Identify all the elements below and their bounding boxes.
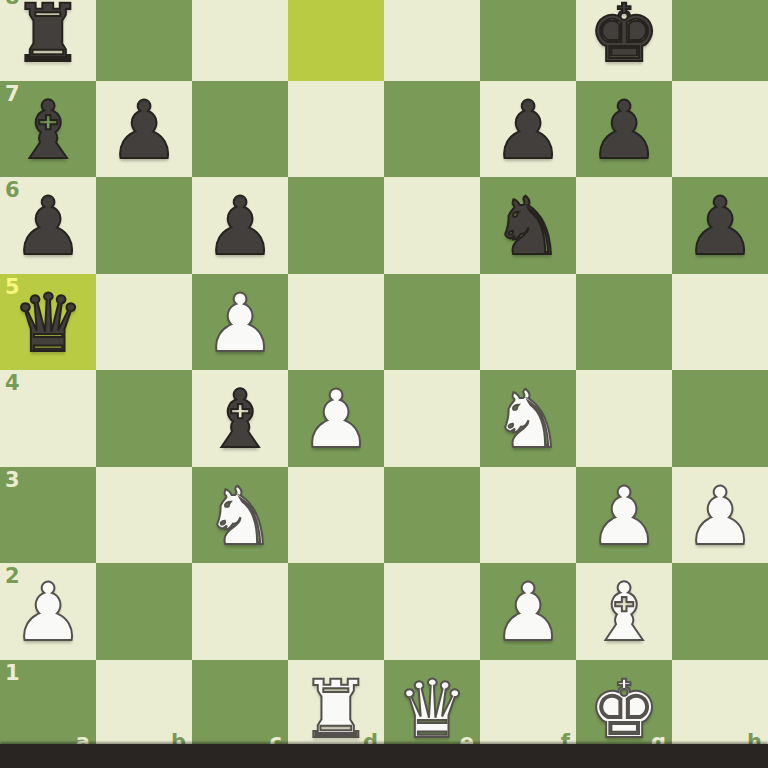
piece-black-pawn-a6[interactable]: ♟ (0, 177, 96, 274)
square-a7[interactable]: 7♝ (0, 81, 96, 178)
piece-white-queen-e1[interactable]: ♛ (384, 660, 480, 757)
piece-black-pawn-h6[interactable]: ♟ (672, 177, 768, 274)
square-b6[interactable] (96, 177, 192, 274)
piece-black-queen-a5[interactable]: ♛ (0, 274, 96, 371)
piece-white-knight-f4[interactable]: ♞ (480, 370, 576, 467)
piece-white-pawn-a2[interactable]: ♟ (0, 563, 96, 660)
square-e3[interactable] (384, 467, 480, 564)
piece-white-king-g1[interactable]: ♚ (576, 660, 672, 757)
square-h5[interactable] (672, 274, 768, 371)
square-d4[interactable]: ♟ (288, 370, 384, 467)
square-f4[interactable]: ♞ (480, 370, 576, 467)
square-a8[interactable]: 8♜ (0, 0, 96, 81)
square-b8[interactable] (96, 0, 192, 81)
square-e4[interactable] (384, 370, 480, 467)
square-f6[interactable]: ♞ (480, 177, 576, 274)
square-a1[interactable]: 1a (0, 660, 96, 757)
square-e5[interactable] (384, 274, 480, 371)
piece-black-rook-a8[interactable]: ♜ (0, 0, 96, 81)
square-h3[interactable]: ♟ (672, 467, 768, 564)
square-c4[interactable]: ♝ (192, 370, 288, 467)
square-g4[interactable] (576, 370, 672, 467)
square-d5[interactable] (288, 274, 384, 371)
square-h2[interactable] (672, 563, 768, 660)
square-b3[interactable] (96, 467, 192, 564)
square-c8[interactable] (192, 0, 288, 81)
piece-black-pawn-f7[interactable]: ♟ (480, 81, 576, 178)
square-f7[interactable]: ♟ (480, 81, 576, 178)
square-e8[interactable] (384, 0, 480, 81)
rank-label-4: 4 (5, 373, 20, 394)
piece-black-bishop-c4[interactable]: ♝ (192, 370, 288, 467)
piece-white-bishop-g2[interactable]: ♝ (576, 563, 672, 660)
square-g2[interactable]: ♝ (576, 563, 672, 660)
board-grid: 8♜♚7♝♟♟♟6♟♟♞♟5♛♟4♝♟♞3♞♟♟2♟♟♝1abcd♜e♛fg♚h (0, 0, 768, 756)
square-c6[interactable]: ♟ (192, 177, 288, 274)
square-d7[interactable] (288, 81, 384, 178)
bottom-bar (0, 744, 768, 756)
rank-label-3: 3 (5, 470, 20, 491)
rank-label-1: 1 (5, 663, 20, 684)
piece-white-pawn-g3[interactable]: ♟ (576, 467, 672, 564)
square-c3[interactable]: ♞ (192, 467, 288, 564)
square-c7[interactable] (192, 81, 288, 178)
square-f8[interactable] (480, 0, 576, 81)
piece-black-pawn-g7[interactable]: ♟ (576, 81, 672, 178)
piece-black-pawn-c6[interactable]: ♟ (192, 177, 288, 274)
square-b1[interactable]: b (96, 660, 192, 757)
square-d6[interactable] (288, 177, 384, 274)
square-d3[interactable] (288, 467, 384, 564)
square-h4[interactable] (672, 370, 768, 467)
piece-white-pawn-d4[interactable]: ♟ (288, 370, 384, 467)
square-a2[interactable]: 2♟ (0, 563, 96, 660)
square-a3[interactable]: 3 (0, 467, 96, 564)
square-g6[interactable] (576, 177, 672, 274)
piece-white-knight-c3[interactable]: ♞ (192, 467, 288, 564)
square-b2[interactable] (96, 563, 192, 660)
piece-black-bishop-a7[interactable]: ♝ (0, 81, 96, 178)
chess-board: 8♜♚7♝♟♟♟6♟♟♞♟5♛♟4♝♟♞3♞♟♟2♟♟♝1abcd♜e♛fg♚h (0, 0, 768, 756)
piece-black-king-g8[interactable]: ♚ (576, 0, 672, 81)
piece-white-pawn-f2[interactable]: ♟ (480, 563, 576, 660)
square-h7[interactable] (672, 81, 768, 178)
square-a6[interactable]: 6♟ (0, 177, 96, 274)
square-f5[interactable] (480, 274, 576, 371)
square-d8[interactable] (288, 0, 384, 81)
square-f1[interactable]: f (480, 660, 576, 757)
piece-white-pawn-h3[interactable]: ♟ (672, 467, 768, 564)
square-c5[interactable]: ♟ (192, 274, 288, 371)
piece-white-rook-d1[interactable]: ♜ (288, 660, 384, 757)
piece-black-knight-f6[interactable]: ♞ (480, 177, 576, 274)
square-g8[interactable]: ♚ (576, 0, 672, 81)
square-e2[interactable] (384, 563, 480, 660)
square-b5[interactable] (96, 274, 192, 371)
piece-white-pawn-c5[interactable]: ♟ (192, 274, 288, 371)
square-f2[interactable]: ♟ (480, 563, 576, 660)
square-h8[interactable] (672, 0, 768, 81)
square-h6[interactable]: ♟ (672, 177, 768, 274)
square-e1[interactable]: e♛ (384, 660, 480, 757)
square-c1[interactable]: c (192, 660, 288, 757)
square-g3[interactable]: ♟ (576, 467, 672, 564)
square-g7[interactable]: ♟ (576, 81, 672, 178)
square-g5[interactable] (576, 274, 672, 371)
square-b4[interactable] (96, 370, 192, 467)
square-g1[interactable]: g♚ (576, 660, 672, 757)
square-e7[interactable] (384, 81, 480, 178)
square-a5[interactable]: 5♛ (0, 274, 96, 371)
square-f3[interactable] (480, 467, 576, 564)
square-b7[interactable]: ♟ (96, 81, 192, 178)
square-a4[interactable]: 4 (0, 370, 96, 467)
square-c2[interactable] (192, 563, 288, 660)
square-d1[interactable]: d♜ (288, 660, 384, 757)
square-d2[interactable] (288, 563, 384, 660)
square-e6[interactable] (384, 177, 480, 274)
piece-black-pawn-b7[interactable]: ♟ (96, 81, 192, 178)
square-h1[interactable]: h (672, 660, 768, 757)
